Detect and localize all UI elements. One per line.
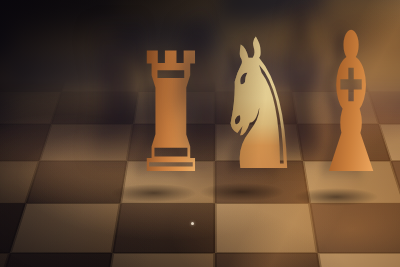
board-square: [103, 253, 215, 267]
bishop-glyph: ♝: [308, 8, 393, 202]
board-square: [10, 203, 121, 253]
board-square: [318, 253, 400, 267]
board-square: [112, 203, 215, 253]
dust-speck: [191, 222, 194, 225]
white-rook-piece: ♜: [133, 32, 210, 197]
board-square: [0, 253, 112, 267]
board-square: [215, 253, 327, 267]
knight-glyph: ♞: [215, 16, 304, 196]
rook-glyph: ♜: [133, 32, 210, 197]
board-square: [215, 203, 318, 253]
chess-photo: ♜ ♞ ♝: [0, 0, 400, 267]
white-knight-piece: ♞: [215, 16, 304, 196]
white-bishop-piece: ♝: [308, 8, 393, 202]
